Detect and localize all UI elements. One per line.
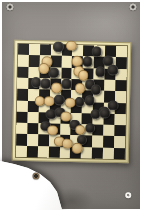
light-checker-piece [72, 143, 83, 154]
grommet-bottom-right [125, 192, 131, 198]
dark-checker-piece [90, 85, 101, 96]
dark-checker-piece [91, 46, 102, 57]
grommet-on-curl [33, 173, 40, 180]
grommet-top-right [130, 4, 137, 11]
dark-checker-piece [61, 79, 72, 90]
board-playing-area [16, 44, 127, 159]
dark-checker-piece [40, 78, 51, 89]
dark-checker-piece [82, 56, 93, 67]
dark-checker-piece [108, 65, 119, 76]
light-checker-piece [66, 40, 77, 51]
dark-checker-piece [48, 67, 59, 78]
grommet-top-left [7, 4, 14, 11]
checkers-board [12, 40, 132, 163]
dark-checker-piece [84, 95, 95, 106]
light-checker-piece [47, 125, 58, 136]
dark-checker-piece [53, 41, 64, 52]
dark-checker-piece [100, 108, 111, 119]
dark-checker-piece [85, 123, 96, 134]
dark-checker-piece [95, 66, 106, 77]
pieces-layer [16, 44, 127, 159]
light-checker-piece [71, 56, 82, 67]
dark-checker-piece [54, 95, 65, 106]
poster-photo [0, 0, 141, 210]
